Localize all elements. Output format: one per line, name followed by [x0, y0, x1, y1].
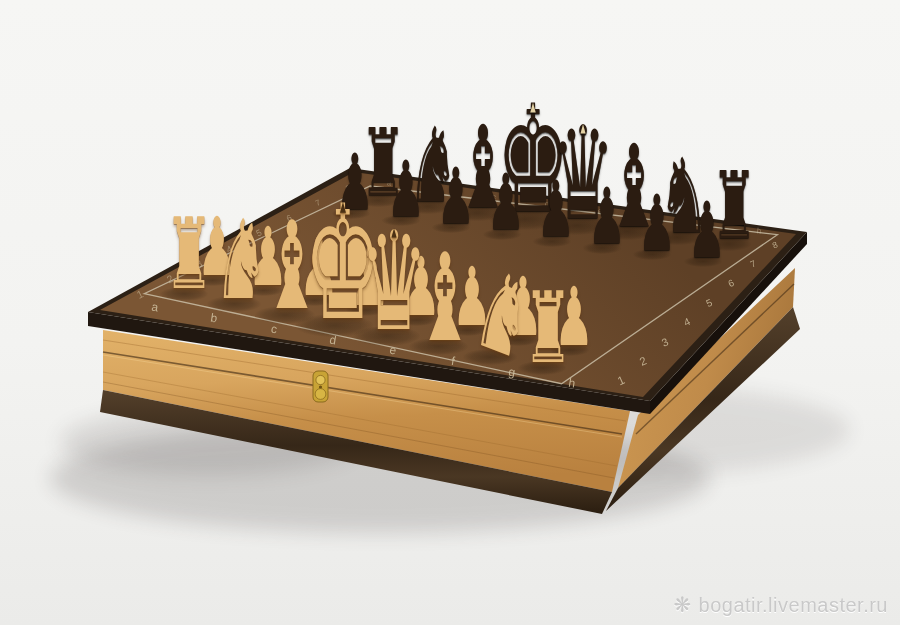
watermark-text: bogatir.livemaster.ru	[699, 594, 888, 617]
piece-black-pawn-d7[interactable]: ♟	[487, 164, 525, 242]
piece-black-pawn-f7[interactable]: ♟	[588, 178, 626, 256]
rosette-icon: ❋	[673, 593, 691, 617]
piece-black-pawn-e7[interactable]: ♟	[537, 171, 575, 249]
piece-black-pawn-c7[interactable]: ♟	[437, 157, 475, 235]
piece-white-knight-b1[interactable]: ♞	[213, 206, 267, 316]
piece-black-pawn-g7[interactable]: ♟	[638, 185, 676, 263]
piece-white-bishop-f1[interactable]: ♝	[415, 238, 475, 359]
watermark: ❋ bogatir.livemaster.ru	[673, 593, 888, 617]
finial-tip: ▲	[392, 226, 397, 238]
finial-tip: ▲	[531, 100, 537, 113]
piece-white-rook-a1[interactable]: ♜	[165, 205, 214, 304]
product-photo-stage: aa11bb22cc33dd44ee55ff66gg77hh88 ♜♞♝♚▲♛▲…	[0, 0, 900, 625]
piece-white-rook-h1[interactable]: ♜	[523, 279, 572, 378]
finial-tip: ▲	[581, 122, 586, 134]
piece-black-pawn-h7[interactable]: ♟	[688, 191, 726, 269]
pieces-layer: ♜♞♝♚▲♛▲♝♞♜♟♟♟♟♟♟♟♟♟♟♟♟♟♟♟♟♜♞♝♚▲♛▲♝♞♜	[0, 0, 900, 625]
finial-tip: ▲	[340, 199, 346, 213]
